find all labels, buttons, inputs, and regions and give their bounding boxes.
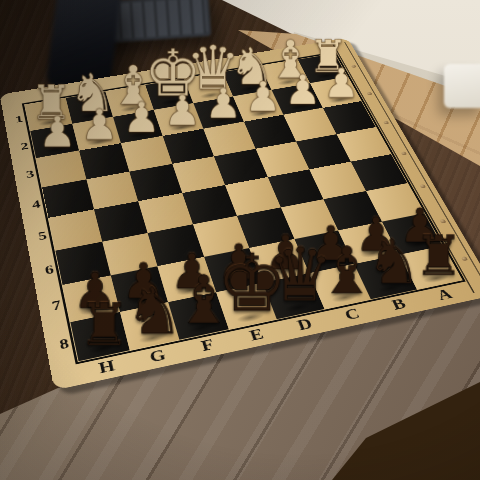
chessboard: 1♜♞♝♚♛♞♝♜2♟♟♟♟♟♟♟♟34567♟♟♟♟♟♟♟♟8♜♞♝♚♛♝♞♜… [0, 38, 480, 391]
rank-label-5: 5 [23, 218, 55, 256]
board-frame [50, 361, 83, 390]
piece-black-rook-h8: ♜ [51, 296, 156, 354]
chessboard-wrapper: 1♜♞♝♚♛♞♝♜2♟♟♟♟♟♟♟♟34567♟♟♟♟♟♟♟♟8♜♞♝♚♛♝♞♜… [23, 0, 426, 465]
board-grid: 1♜♞♝♚♛♞♝♜2♟♟♟♟♟♟♟♟34567♟♟♟♟♟♟♟♟8♜♞♝♚♛♝♞♜… [0, 38, 480, 391]
square-d4 [214, 149, 268, 185]
square-f4 [129, 164, 182, 201]
square-h2: ♟ [30, 124, 78, 159]
square-c5 [267, 169, 323, 207]
white-box [444, 64, 480, 108]
photo-chessboard-scene: 1♜♞♝♚♛♞♝♜2♟♟♟♟♟♟♟♟34567♟♟♟♟♟♟♟♟8♜♞♝♚♛♝♞♜… [0, 0, 480, 480]
rank-label-4: 4 [18, 187, 49, 222]
square-h8: ♜ [70, 312, 129, 361]
piece-white-pawn-h2: ♟ [14, 111, 101, 154]
